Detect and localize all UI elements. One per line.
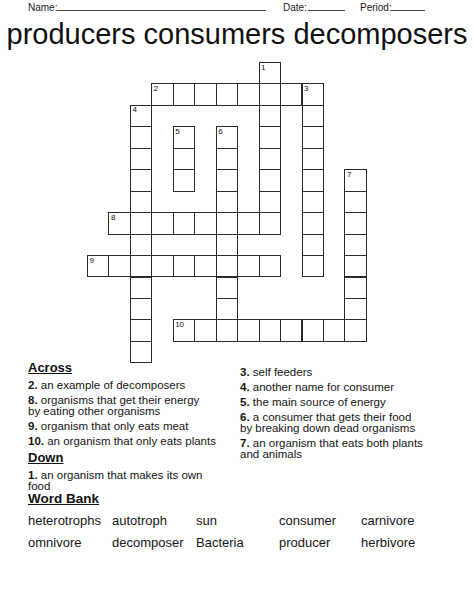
clue-down-6: 6. a consumer that gets their foodby bre…: [240, 412, 470, 434]
down-header: Down: [28, 451, 240, 465]
worksheet-page: Name: Date: Period: producers consumers …: [0, 0, 474, 613]
clue-number-4: 4: [132, 106, 136, 114]
down-clues-list-right: 3. self feeders4. another name for consu…: [240, 367, 470, 460]
grid-cell-r9c0[interactable]: 9: [87, 255, 109, 277]
grid-cell-r4c2[interactable]: [130, 148, 152, 170]
grid-cell-r12c4[interactable]: 10: [173, 319, 195, 341]
clue-down-3: 3. self feeders: [240, 367, 470, 378]
clue-number-label: 9.: [28, 420, 38, 432]
grid-cell-r7c1[interactable]: 8: [108, 212, 130, 234]
word-bank-word-autotroph: autotroph: [112, 514, 167, 528]
grid-cell-r1c4[interactable]: [173, 83, 195, 105]
clues-right-column: 3. self feeders4. another name for consu…: [240, 367, 470, 464]
grid-cell-r1c9[interactable]: [280, 83, 302, 105]
word-bank: heterotrophsautotrophsunconsumercarnivor…: [28, 514, 458, 560]
clue-number-5: 5: [175, 128, 179, 136]
grid-cell-r12c12[interactable]: [344, 319, 366, 341]
clue-down-7: 7. an organism that eats both plantsand …: [240, 438, 470, 460]
clue-across-10: 10. an organism that only eats plants: [28, 436, 240, 447]
grid-cell-r5c10[interactable]: [302, 169, 324, 191]
grid-cell-r7c5[interactable]: [194, 212, 216, 234]
grid-cell-r13c2[interactable]: [130, 341, 152, 363]
grid-cell-r11c6[interactable]: [216, 298, 238, 320]
grid-cell-r6c6[interactable]: [216, 191, 238, 213]
grid-cell-r3c4[interactable]: 5: [173, 126, 195, 148]
grid-cell-r3c6[interactable]: 6: [216, 126, 238, 148]
word-bank-word-sun: sun: [196, 514, 217, 528]
name-label: Name:: [28, 2, 57, 13]
grid-cell-r9c2[interactable]: [130, 255, 152, 277]
grid-cell-r9c12[interactable]: [344, 255, 366, 277]
word-bank-word-decomposer: decomposer: [112, 536, 184, 550]
grid-cell-r2c8[interactable]: [259, 105, 281, 127]
clue-across-9: 9. organism that only eats meat: [28, 421, 240, 432]
grid-cell-r7c10[interactable]: [302, 212, 324, 234]
clue-number-label: 10.: [28, 435, 44, 447]
grid-cell-r6c8[interactable]: [259, 191, 281, 213]
grid-cell-r8c10[interactable]: [302, 234, 324, 256]
clue-number-10: 10: [175, 321, 183, 329]
grid-cell-r3c10[interactable]: [302, 126, 324, 148]
period-blank-line[interactable]: [391, 10, 425, 11]
grid-cell-r12c7[interactable]: [237, 319, 259, 341]
grid-cell-r9c10[interactable]: [302, 255, 324, 277]
grid-cell-r5c6[interactable]: [216, 169, 238, 191]
clue-number-2: 2: [154, 85, 158, 93]
clue-number-9: 9: [90, 257, 94, 265]
grid-cell-r9c5[interactable]: [194, 255, 216, 277]
clue-number-label: 1.: [28, 469, 38, 481]
grid-cell-r11c12[interactable]: [344, 298, 366, 320]
grid-cell-r12c6[interactable]: [216, 319, 238, 341]
grid-cell-r1c7[interactable]: [237, 83, 259, 105]
grid-cell-r7c3[interactable]: [151, 212, 173, 234]
clue-number-label: 2.: [28, 379, 38, 391]
grid-cell-r5c2[interactable]: [130, 169, 152, 191]
clue-number-6: 6: [218, 128, 222, 136]
grid-cell-r9c3[interactable]: [151, 255, 173, 277]
grid-cell-r2c2[interactable]: 4: [130, 105, 152, 127]
word-bank-word-herbivore: herbivore: [361, 536, 415, 550]
grid-cell-r7c7[interactable]: [237, 212, 259, 234]
clue-down-5: 5. the main source of energy: [240, 397, 470, 408]
word-bank-word-carnivore: carnivore: [361, 514, 414, 528]
grid-cell-r11c2[interactable]: [130, 298, 152, 320]
clue-across-8: 8. organisms that get their energyby eat…: [28, 395, 240, 417]
down-clues-list-left: 1. an organism that makes its ownfood: [28, 470, 240, 492]
crossword-grid: 12345678910: [87, 62, 369, 365]
grid-cell-r4c8[interactable]: [259, 148, 281, 170]
grid-cell-r10c12[interactable]: [344, 277, 366, 299]
word-bank-word-consumer: consumer: [279, 514, 336, 528]
grid-cell-r9c8[interactable]: [259, 255, 281, 277]
grid-cell-r12c5[interactable]: [194, 319, 216, 341]
grid-cell-r3c8[interactable]: [259, 126, 281, 148]
grid-cell-r0c8[interactable]: 1: [259, 62, 281, 84]
grid-cell-r3c2[interactable]: [130, 126, 152, 148]
grid-cell-r9c7[interactable]: [237, 255, 259, 277]
clue-number-8: 8: [111, 214, 115, 222]
grid-cell-r5c4[interactable]: [173, 169, 195, 191]
grid-cell-r5c8[interactable]: [259, 169, 281, 191]
date-label: Date:: [283, 2, 307, 13]
grid-cell-r4c4[interactable]: [173, 148, 195, 170]
grid-cell-r7c4[interactable]: [173, 212, 195, 234]
clue-down-4: 4. another name for consumer: [240, 382, 470, 393]
clue-number-1: 1: [261, 64, 265, 72]
grid-cell-r1c5[interactable]: [194, 83, 216, 105]
clue-number-3: 3: [304, 85, 308, 93]
clue-across-2: 2. an example of decomposers: [28, 380, 240, 391]
grid-cell-r12c8[interactable]: [259, 319, 281, 341]
grid-cell-r9c4[interactable]: [173, 255, 195, 277]
grid-cell-r12c10[interactable]: [302, 319, 324, 341]
grid-cell-r6c12[interactable]: [344, 191, 366, 213]
clue-number-label: 3.: [240, 366, 250, 378]
clues-left-column: Across 2. an example of decomposers8. or…: [28, 361, 240, 496]
word-bank-word-producer: producer: [279, 536, 330, 550]
grid-cell-r4c10[interactable]: [302, 148, 324, 170]
word-bank-word-bacteria: Bacteria: [196, 536, 244, 550]
word-bank-header: Word Bank: [28, 492, 99, 506]
date-blank-line[interactable]: [308, 10, 345, 11]
clue-down-1: 1. an organism that makes its ownfood: [28, 470, 240, 492]
grid-cell-r1c3[interactable]: 2: [151, 83, 173, 105]
grid-cell-r5c12[interactable]: 7: [344, 169, 366, 191]
grid-cell-r6c10[interactable]: [302, 191, 324, 213]
grid-cell-r7c6[interactable]: [216, 212, 238, 234]
period-label: Period:: [360, 2, 392, 13]
grid-cell-r10c2[interactable]: [130, 277, 152, 299]
grid-cell-r1c10[interactable]: 3: [302, 83, 324, 105]
grid-cell-r1c6[interactable]: [216, 83, 238, 105]
grid-cell-r10c6[interactable]: [216, 277, 238, 299]
grid-cell-r9c1[interactable]: [108, 255, 130, 277]
clue-number-label: 7.: [240, 437, 250, 449]
grid-cell-r4c6[interactable]: [216, 148, 238, 170]
grid-cell-r9c6[interactable]: [216, 255, 238, 277]
grid-cell-r7c8[interactable]: [259, 212, 281, 234]
grid-cell-r12c9[interactable]: [280, 319, 302, 341]
grid-cell-r7c12[interactable]: [344, 212, 366, 234]
clue-number-label: 6.: [240, 411, 250, 423]
clue-number-label: 4.: [240, 381, 250, 393]
grid-cell-r7c2[interactable]: [130, 212, 152, 234]
across-header: Across: [28, 361, 240, 375]
word-bank-word-omnivore: omnivore: [28, 536, 81, 550]
puzzle-title: producers consumers decomposers: [0, 19, 474, 50]
grid-cell-r2c10[interactable]: [302, 105, 324, 127]
grid-cell-r8c6[interactable]: [216, 234, 238, 256]
grid-cell-r8c12[interactable]: [344, 234, 366, 256]
grid-cell-r12c11[interactable]: [323, 319, 345, 341]
across-clues-list: 2. an example of decomposers8. organisms…: [28, 380, 240, 447]
word-bank-word-heterotrophs: heterotrophs: [28, 514, 101, 528]
clue-number-label: 8.: [28, 394, 38, 406]
grid-cell-r8c2[interactable]: [130, 234, 152, 256]
clue-number-label: 5.: [240, 396, 250, 408]
clue-number-7: 7: [347, 171, 351, 179]
grid-cell-r1c8[interactable]: [259, 83, 281, 105]
grid-cell-r12c2[interactable]: [130, 319, 152, 341]
grid-cell-r6c2[interactable]: [130, 191, 152, 213]
name-blank-line[interactable]: [57, 10, 266, 11]
